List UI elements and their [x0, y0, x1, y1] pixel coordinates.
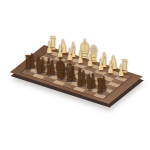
- piece-white-rook-h1: ♜: [48, 34, 57, 53]
- piece-white-rook-a1: ♜: [120, 57, 129, 76]
- piece-white-king-e1: ♚: [79, 36, 88, 63]
- chess-board-3d: ♜♞♝♚♛♝♞♜♟♟♟♟♟♟♟♟♟♟♟♟♟♟♟♟♜♞♝♚♛♝♞♜: [10, 45, 143, 104]
- piece-white-bishop-c1: ♝: [99, 49, 108, 70]
- piece-white-queen-d1: ♛: [89, 42, 98, 66]
- piece-white-knight-b1: ♞: [110, 53, 119, 73]
- chess-board: ♜♞♝♚♛♝♞♜♟♟♟♟♟♟♟♟♟♟♟♟♟♟♟♟♜♞♝♚♛♝♞♜: [22, 50, 132, 99]
- piece-white-bishop-f1: ♝: [69, 39, 78, 60]
- product-photo: ♜♞♝♚♛♝♞♜♟♟♟♟♟♟♟♟♟♟♟♟♟♟♟♟♜♞♝♚♛♝♞♜: [0, 0, 150, 150]
- piece-white-knight-g1: ♞: [59, 37, 68, 57]
